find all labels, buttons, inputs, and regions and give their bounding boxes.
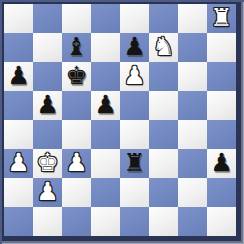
square-f8[interactable] (149, 4, 178, 33)
chess-board-frame: ♜♝♟♞♟♚♟♟♟♟♚♟♜♟♟ (0, 0, 244, 244)
square-b8[interactable] (33, 4, 62, 33)
square-h1[interactable] (207, 207, 236, 236)
square-d4[interactable] (91, 120, 120, 149)
square-d2[interactable] (91, 178, 120, 207)
square-c1[interactable] (62, 207, 91, 236)
square-f4[interactable] (149, 120, 178, 149)
square-h5[interactable] (207, 91, 236, 120)
black-rook[interactable]: ♜ (123, 150, 145, 175)
square-b3[interactable]: ♚ (33, 149, 62, 178)
square-e2[interactable] (120, 178, 149, 207)
square-e8[interactable] (120, 4, 149, 33)
square-g4[interactable] (178, 120, 207, 149)
square-b1[interactable] (33, 207, 62, 236)
square-f3[interactable] (149, 149, 178, 178)
square-f7[interactable]: ♞ (149, 33, 178, 62)
square-h6[interactable] (207, 62, 236, 91)
square-d8[interactable] (91, 4, 120, 33)
black-pawn[interactable]: ♟ (7, 63, 29, 88)
square-g6[interactable] (178, 62, 207, 91)
square-e4[interactable] (120, 120, 149, 149)
square-a8[interactable] (4, 4, 33, 33)
white-king[interactable]: ♚ (36, 150, 58, 175)
square-b7[interactable] (33, 33, 62, 62)
square-h8[interactable]: ♜ (207, 4, 236, 33)
square-e5[interactable] (120, 91, 149, 120)
square-c3[interactable]: ♟ (62, 149, 91, 178)
square-a6[interactable]: ♟ (4, 62, 33, 91)
square-e7[interactable]: ♟ (120, 33, 149, 62)
square-d1[interactable] (91, 207, 120, 236)
square-a1[interactable] (4, 207, 33, 236)
chess-board: ♜♝♟♞♟♚♟♟♟♟♚♟♜♟♟ (4, 4, 236, 236)
square-a7[interactable] (4, 33, 33, 62)
black-pawn[interactable]: ♟ (123, 34, 145, 59)
square-e1[interactable] (120, 207, 149, 236)
white-pawn[interactable]: ♟ (65, 150, 87, 175)
white-pawn[interactable]: ♟ (123, 63, 145, 88)
square-c7[interactable]: ♝ (62, 33, 91, 62)
square-g7[interactable] (178, 33, 207, 62)
square-c4[interactable] (62, 120, 91, 149)
square-g1[interactable] (178, 207, 207, 236)
square-e6[interactable]: ♟ (120, 62, 149, 91)
square-d7[interactable] (91, 33, 120, 62)
square-h7[interactable] (207, 33, 236, 62)
square-g8[interactable] (178, 4, 207, 33)
white-rook[interactable]: ♜ (210, 5, 232, 30)
square-f6[interactable] (149, 62, 178, 91)
square-d5[interactable]: ♟ (91, 91, 120, 120)
square-h2[interactable] (207, 178, 236, 207)
square-g5[interactable] (178, 91, 207, 120)
white-knight[interactable]: ♞ (152, 34, 174, 59)
square-c6[interactable]: ♚ (62, 62, 91, 91)
square-d6[interactable] (91, 62, 120, 91)
square-e3[interactable]: ♜ (120, 149, 149, 178)
square-b5[interactable]: ♟ (33, 91, 62, 120)
white-pawn[interactable]: ♟ (36, 179, 58, 204)
square-g3[interactable] (178, 149, 207, 178)
square-c8[interactable] (62, 4, 91, 33)
square-a3[interactable]: ♟ (4, 149, 33, 178)
square-a2[interactable] (4, 178, 33, 207)
black-bishop[interactable]: ♝ (65, 34, 87, 59)
black-pawn[interactable]: ♟ (94, 92, 116, 117)
square-b2[interactable]: ♟ (33, 178, 62, 207)
square-h3[interactable]: ♟ (207, 149, 236, 178)
square-g2[interactable] (178, 178, 207, 207)
square-d3[interactable] (91, 149, 120, 178)
square-f2[interactable] (149, 178, 178, 207)
square-a4[interactable] (4, 120, 33, 149)
square-f1[interactable] (149, 207, 178, 236)
black-pawn[interactable]: ♟ (36, 92, 58, 117)
square-b6[interactable] (33, 62, 62, 91)
square-b4[interactable] (33, 120, 62, 149)
square-c5[interactable] (62, 91, 91, 120)
square-h4[interactable] (207, 120, 236, 149)
square-f5[interactable] (149, 91, 178, 120)
square-c2[interactable] (62, 178, 91, 207)
white-pawn[interactable]: ♟ (7, 150, 29, 175)
square-a5[interactable] (4, 91, 33, 120)
black-king[interactable]: ♚ (65, 63, 87, 88)
black-pawn[interactable]: ♟ (210, 150, 232, 175)
